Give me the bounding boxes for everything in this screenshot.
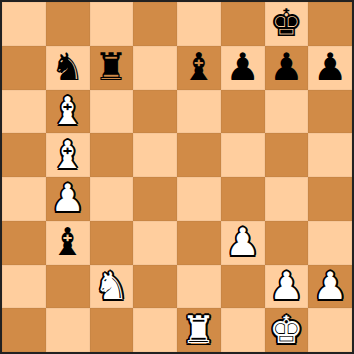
square-a6[interactable] — [2, 90, 46, 134]
piece-black-bishop[interactable]: ♝ — [182, 46, 216, 89]
square-e3[interactable] — [177, 221, 221, 265]
square-c5[interactable] — [90, 133, 134, 177]
square-e2[interactable] — [177, 265, 221, 309]
square-a1[interactable] — [2, 308, 46, 352]
square-g6[interactable] — [265, 90, 309, 134]
square-h6[interactable] — [308, 90, 352, 134]
square-a3[interactable] — [2, 221, 46, 265]
square-f1[interactable] — [221, 308, 265, 352]
square-b7[interactable]: ♞ — [46, 46, 90, 90]
piece-white-knight[interactable]: ♞ — [94, 265, 128, 308]
square-e4[interactable] — [177, 177, 221, 221]
piece-black-pawn[interactable]: ♟ — [269, 46, 303, 89]
piece-black-pawn[interactable]: ♟ — [313, 46, 347, 89]
square-b6[interactable]: ♝ — [46, 90, 90, 134]
square-b2[interactable] — [46, 265, 90, 309]
square-d8[interactable] — [133, 2, 177, 46]
piece-black-knight[interactable]: ♞ — [51, 46, 85, 89]
square-h2[interactable]: ♟ — [308, 265, 352, 309]
square-c7[interactable]: ♜ — [90, 46, 134, 90]
piece-white-pawn[interactable]: ♟ — [226, 221, 260, 264]
square-b8[interactable] — [46, 2, 90, 46]
square-g8[interactable]: ♚ — [265, 2, 309, 46]
square-b3[interactable]: ♝ — [46, 221, 90, 265]
square-c1[interactable] — [90, 308, 134, 352]
piece-black-rook[interactable]: ♜ — [94, 46, 128, 89]
square-a7[interactable] — [2, 46, 46, 90]
square-c2[interactable]: ♞ — [90, 265, 134, 309]
square-h7[interactable]: ♟ — [308, 46, 352, 90]
square-d3[interactable] — [133, 221, 177, 265]
piece-white-pawn[interactable]: ♟ — [51, 177, 85, 220]
square-f8[interactable] — [221, 2, 265, 46]
square-h3[interactable] — [308, 221, 352, 265]
square-d1[interactable] — [133, 308, 177, 352]
piece-white-rook[interactable]: ♜ — [182, 309, 216, 352]
square-g4[interactable] — [265, 177, 309, 221]
square-c4[interactable] — [90, 177, 134, 221]
square-g1[interactable]: ♚ — [265, 308, 309, 352]
square-b1[interactable] — [46, 308, 90, 352]
piece-white-king[interactable]: ♚ — [269, 309, 303, 352]
square-a5[interactable] — [2, 133, 46, 177]
square-h5[interactable] — [308, 133, 352, 177]
square-h1[interactable] — [308, 308, 352, 352]
square-f6[interactable] — [221, 90, 265, 134]
board-frame: ♚♞♜♝♟♟♟♝♝♟♝♟♞♟♟♜♚ — [0, 0, 354, 354]
square-e1[interactable]: ♜ — [177, 308, 221, 352]
piece-black-bishop[interactable]: ♝ — [51, 221, 85, 264]
square-e6[interactable] — [177, 90, 221, 134]
square-d6[interactable] — [133, 90, 177, 134]
square-e8[interactable] — [177, 2, 221, 46]
piece-black-king[interactable]: ♚ — [269, 2, 303, 45]
square-h4[interactable] — [308, 177, 352, 221]
square-a8[interactable] — [2, 2, 46, 46]
square-d7[interactable] — [133, 46, 177, 90]
square-c6[interactable] — [90, 90, 134, 134]
square-f5[interactable] — [221, 133, 265, 177]
square-e5[interactable] — [177, 133, 221, 177]
square-f4[interactable] — [221, 177, 265, 221]
piece-white-bishop[interactable]: ♝ — [51, 134, 85, 177]
square-g2[interactable]: ♟ — [265, 265, 309, 309]
square-f2[interactable] — [221, 265, 265, 309]
square-f7[interactable]: ♟ — [221, 46, 265, 90]
square-c8[interactable] — [90, 2, 134, 46]
square-d5[interactable] — [133, 133, 177, 177]
chessboard: ♚♞♜♝♟♟♟♝♝♟♝♟♞♟♟♜♚ — [2, 2, 352, 352]
piece-white-pawn[interactable]: ♟ — [269, 265, 303, 308]
square-a2[interactable] — [2, 265, 46, 309]
square-c3[interactable] — [90, 221, 134, 265]
piece-white-bishop[interactable]: ♝ — [51, 90, 85, 133]
square-b4[interactable]: ♟ — [46, 177, 90, 221]
square-d2[interactable] — [133, 265, 177, 309]
piece-black-pawn[interactable]: ♟ — [226, 46, 260, 89]
square-g7[interactable]: ♟ — [265, 46, 309, 90]
square-h8[interactable] — [308, 2, 352, 46]
square-f3[interactable]: ♟ — [221, 221, 265, 265]
piece-white-pawn[interactable]: ♟ — [313, 265, 347, 308]
square-d4[interactable] — [133, 177, 177, 221]
square-b5[interactable]: ♝ — [46, 133, 90, 177]
square-a4[interactable] — [2, 177, 46, 221]
square-e7[interactable]: ♝ — [177, 46, 221, 90]
square-g5[interactable] — [265, 133, 309, 177]
square-g3[interactable] — [265, 221, 309, 265]
